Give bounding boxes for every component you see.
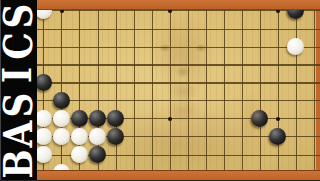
board-cell[interactable] [107,110,125,128]
board-cell[interactable] [251,38,269,56]
board-cell[interactable] [71,128,89,146]
banner-letter: I [2,67,36,83]
table-border-bottom [0,170,320,180]
board-cell[interactable] [179,20,197,38]
board-cell[interactable] [269,56,287,74]
board-cell[interactable] [215,20,233,38]
stone-black [107,110,124,127]
stone-black [89,110,106,127]
board-cell[interactable] [107,128,125,146]
board-cell[interactable] [251,74,269,92]
board-cell[interactable] [179,38,197,56]
board-cell[interactable] [215,110,233,128]
board-cell[interactable] [71,110,89,128]
board-cell[interactable] [305,38,320,56]
stone-white [89,128,106,145]
board-cell[interactable] [215,128,233,146]
board-cell[interactable] [197,56,215,74]
board-cell[interactable] [161,20,179,38]
board-cell[interactable] [125,56,143,74]
board-cell[interactable] [287,92,305,110]
stone-white [71,146,88,163]
board-cell[interactable] [107,20,125,38]
board-cell[interactable] [71,92,89,110]
board-cell[interactable] [233,128,251,146]
board-cell[interactable] [251,146,269,164]
hoshi-point [276,117,280,121]
board-cell[interactable] [143,74,161,92]
board-cell[interactable] [125,20,143,38]
banner-letter: A [2,121,36,148]
board-grid [35,2,320,181]
board-cell[interactable] [161,146,179,164]
board-cell[interactable] [179,74,197,92]
table-border-top [0,0,320,10]
board-cell[interactable] [107,92,125,110]
board-cell[interactable] [269,74,287,92]
board-cell[interactable] [233,38,251,56]
board-cell[interactable] [179,92,197,110]
board-cell[interactable] [305,92,320,110]
board-cell[interactable] [287,20,305,38]
board-cell[interactable] [179,146,197,164]
board-cell[interactable] [107,38,125,56]
board-cell[interactable] [197,110,215,128]
stone-white [71,128,88,145]
board-cell[interactable] [233,56,251,74]
board-cell[interactable] [287,128,305,146]
board-cell[interactable] [287,74,305,92]
stone-black [53,92,70,109]
board-cell[interactable] [125,38,143,56]
board-cell[interactable] [53,20,71,38]
board-cell[interactable] [251,20,269,38]
board-cell[interactable] [197,38,215,56]
board-cell[interactable] [179,56,197,74]
board-cell[interactable] [233,20,251,38]
stone-white [287,38,304,55]
board-cell[interactable] [161,56,179,74]
board-cell[interactable] [269,92,287,110]
board-cell[interactable] [89,110,107,128]
stone-black [89,146,106,163]
banner-letter: S [2,4,36,29]
board-cell[interactable] [143,20,161,38]
board-cell[interactable] [143,146,161,164]
board-cell[interactable] [269,146,287,164]
basics-banner: BASICS [0,0,37,180]
board-cell[interactable] [143,56,161,74]
board-cell[interactable] [305,146,320,164]
board-cell[interactable] [161,38,179,56]
board-cell[interactable] [161,74,179,92]
board-cell[interactable] [287,38,305,56]
stone-black [71,110,88,127]
board-cell[interactable] [215,146,233,164]
board-cell[interactable] [107,74,125,92]
board-cell[interactable] [305,56,320,74]
board-cell[interactable] [197,128,215,146]
board-cell[interactable] [53,74,71,92]
board-cell[interactable] [269,128,287,146]
video-frame: BASICS [0,0,320,180]
board-cell[interactable] [305,74,320,92]
board-cell[interactable] [143,128,161,146]
board-cell[interactable] [233,110,251,128]
board-cell[interactable] [89,38,107,56]
board-cell[interactable] [305,20,320,38]
board-cell[interactable] [251,110,269,128]
banner-letter: C [2,32,36,59]
board-cell[interactable] [53,92,71,110]
board-cell[interactable] [89,128,107,146]
board-cell[interactable] [215,92,233,110]
board-cell[interactable] [125,92,143,110]
board-cell[interactable] [107,56,125,74]
board-cell[interactable] [251,128,269,146]
board-cell[interactable] [269,110,287,128]
stone-black [251,110,268,127]
board-cell[interactable] [107,146,125,164]
board-cell[interactable] [53,38,71,56]
board-cell[interactable] [89,146,107,164]
board-cell[interactable] [71,38,89,56]
board-cell[interactable] [89,92,107,110]
board-cell[interactable] [53,110,71,128]
board-cell[interactable] [161,110,179,128]
board-cell[interactable] [251,56,269,74]
board-cell[interactable] [269,38,287,56]
board-cell[interactable] [179,128,197,146]
board-cell[interactable] [233,92,251,110]
board-cell[interactable] [197,74,215,92]
board-cell[interactable] [53,146,71,164]
board-cell[interactable] [143,38,161,56]
banner-letter: B [2,149,36,178]
board-cell[interactable] [305,128,320,146]
board-cell[interactable] [53,128,71,146]
board-cell[interactable] [197,92,215,110]
board-cell[interactable] [197,20,215,38]
board-cell[interactable] [125,110,143,128]
board-cell[interactable] [161,92,179,110]
board-cell[interactable] [53,56,71,74]
board-cell[interactable] [71,146,89,164]
stone-black [269,128,286,145]
stone-white [53,128,70,145]
board-cell[interactable] [89,56,107,74]
board-cell[interactable] [215,38,233,56]
board-cell[interactable] [233,146,251,164]
hoshi-point [168,117,172,121]
board-cell[interactable] [125,128,143,146]
board-cell[interactable] [125,146,143,164]
banner-letter: S [2,92,36,117]
board-cell[interactable] [125,74,143,92]
board-cell[interactable] [161,128,179,146]
board-cell[interactable] [71,56,89,74]
board-cell[interactable] [143,110,161,128]
board-cell[interactable] [233,74,251,92]
board-cell[interactable] [269,20,287,38]
board-cell[interactable] [89,74,107,92]
board-cell[interactable] [71,20,89,38]
stone-white [53,110,70,127]
board-cell[interactable] [71,74,89,92]
board-cell[interactable] [143,92,161,110]
board-cell[interactable] [305,110,320,128]
board-cell[interactable] [89,20,107,38]
board-cell[interactable] [287,56,305,74]
board-cell[interactable] [179,110,197,128]
board-cell[interactable] [215,56,233,74]
board-cell[interactable] [251,92,269,110]
board-cell[interactable] [287,110,305,128]
board-cell[interactable] [287,146,305,164]
board-cell[interactable] [215,74,233,92]
stone-black [107,128,124,145]
board-cell[interactable] [197,146,215,164]
